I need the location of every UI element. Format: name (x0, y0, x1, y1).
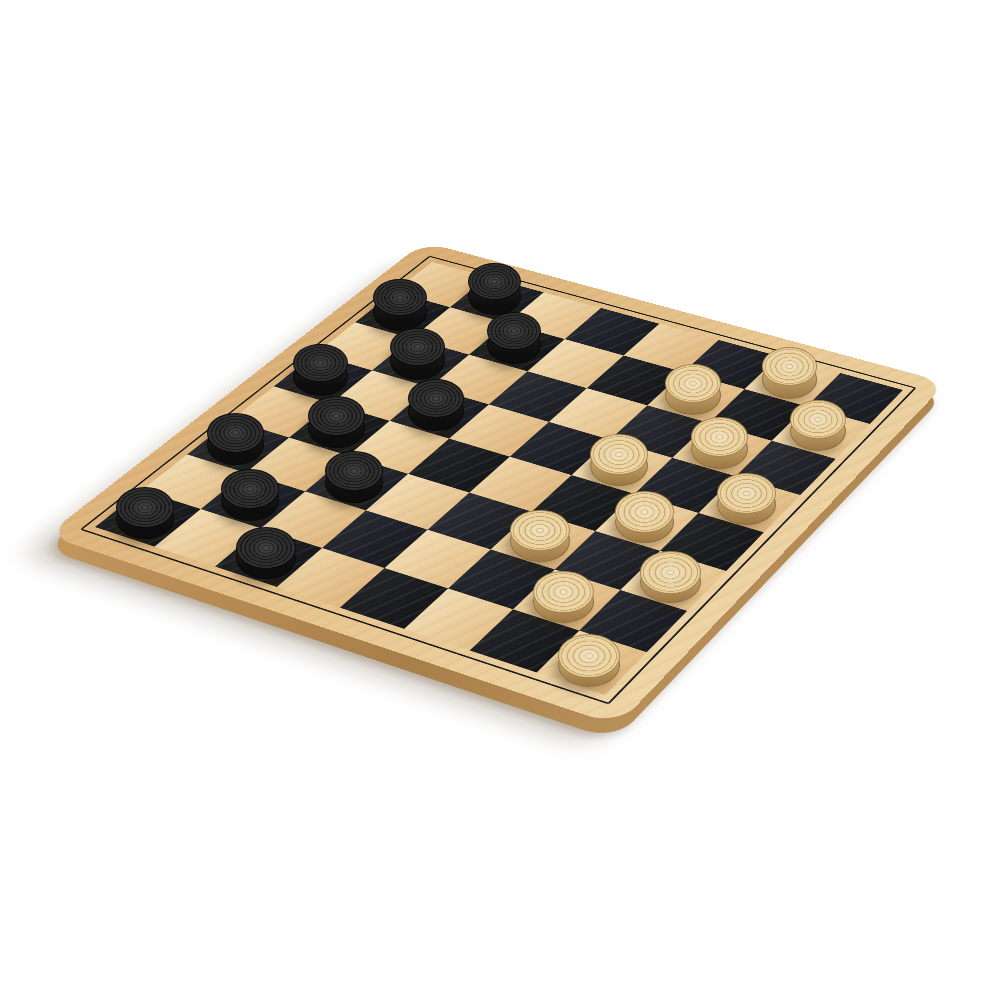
white-draughts-man-glyph: ⛀ (762, 347, 763, 348)
black-checker-top (390, 328, 445, 366)
white-draughts-man-glyph: ⛀ (691, 417, 692, 418)
black-draughts-man-glyph: ⛂ (468, 263, 469, 264)
checker-black[interactable]: ⛂ (487, 312, 541, 364)
checker-black[interactable]: ⛂ (325, 451, 383, 503)
black-draughts-man-glyph: ⛂ (487, 312, 488, 313)
checker-black[interactable]: ⛂ (468, 263, 521, 315)
checker-white[interactable]: ⛀ (510, 510, 569, 562)
white-checker-top (590, 434, 648, 474)
black-draughts-man-glyph: ⛂ (390, 328, 391, 329)
black-checker-top (373, 279, 426, 316)
black-draughts-man-glyph: ⛂ (408, 379, 409, 380)
black-draughts-man-glyph: ⛂ (207, 413, 208, 414)
white-checker-top (665, 364, 721, 403)
black-checker-top (207, 413, 264, 453)
black-draughts-man-glyph: ⛂ (221, 469, 222, 470)
white-draughts-man-glyph: ⛀ (640, 551, 641, 552)
black-checker-top (325, 451, 383, 491)
checker-white[interactable]: ⛀ (665, 364, 721, 416)
black-draughts-man-glyph: ⛂ (293, 344, 294, 345)
checker-white[interactable]: ⛀ (533, 571, 594, 623)
checker-white[interactable]: ⛀ (590, 434, 648, 486)
black-draughts-man-glyph: ⛂ (308, 396, 309, 397)
black-draughts-man-glyph: ⛂ (325, 451, 326, 452)
white-draughts-man-glyph: ⛀ (533, 571, 534, 572)
white-draughts-man-glyph: ⛀ (558, 634, 559, 635)
checker-black[interactable]: ⛂ (207, 413, 264, 465)
white-draughts-man-glyph: ⛀ (510, 510, 511, 511)
black-checker-top (468, 263, 521, 300)
checker-black[interactable]: ⛂ (373, 279, 426, 331)
checker-black[interactable]: ⛂ (408, 379, 464, 431)
black-checker-top (487, 312, 541, 350)
white-checker-top (717, 473, 776, 514)
black-draughts-man-glyph: ⛂ (236, 527, 237, 528)
white-checker-top (510, 510, 569, 552)
checker-black[interactable]: ⛂ (221, 469, 279, 521)
white-checker-top (615, 491, 674, 532)
checker-black[interactable]: ⛂ (390, 328, 445, 380)
white-draughts-man-glyph: ⛀ (790, 400, 791, 401)
checker-white[interactable]: ⛀ (691, 417, 748, 469)
checker-black[interactable]: ⛂ (116, 487, 175, 539)
product-photo-stage: ⛂⛀⛂⛂⛀⛀⛂⛀⛂⛂⛀⛀⛂⛀⛂⛂⛀⛀⛂⛀⛂⛂⛀ (0, 0, 1000, 1000)
checker-white[interactable]: ⛀ (615, 491, 674, 543)
white-checker-top (640, 551, 701, 593)
white-checker-top (762, 347, 817, 386)
black-checker-top (308, 396, 364, 435)
white-checker-top (691, 417, 748, 457)
checker-white[interactable]: ⛀ (640, 551, 701, 603)
black-checker-top (236, 527, 296, 569)
white-draughts-man-glyph: ⛀ (717, 473, 718, 474)
white-draughts-man-glyph: ⛀ (665, 364, 666, 365)
checker-black[interactable]: ⛂ (308, 396, 364, 448)
white-draughts-man-glyph: ⛀ (590, 434, 591, 435)
checker-white[interactable]: ⛀ (762, 347, 817, 399)
black-checker-top (293, 344, 348, 383)
checker-white[interactable]: ⛀ (717, 473, 776, 525)
white-draughts-man-glyph: ⛀ (615, 491, 616, 492)
black-checker-top (116, 487, 175, 528)
checker-white[interactable]: ⛀ (790, 400, 847, 452)
black-draughts-man-glyph: ⛂ (373, 279, 374, 280)
black-draughts-man-glyph: ⛂ (116, 487, 117, 488)
checker-white[interactable]: ⛀ (558, 634, 621, 686)
checker-black[interactable]: ⛂ (293, 344, 348, 396)
checker-black[interactable]: ⛂ (236, 527, 296, 579)
